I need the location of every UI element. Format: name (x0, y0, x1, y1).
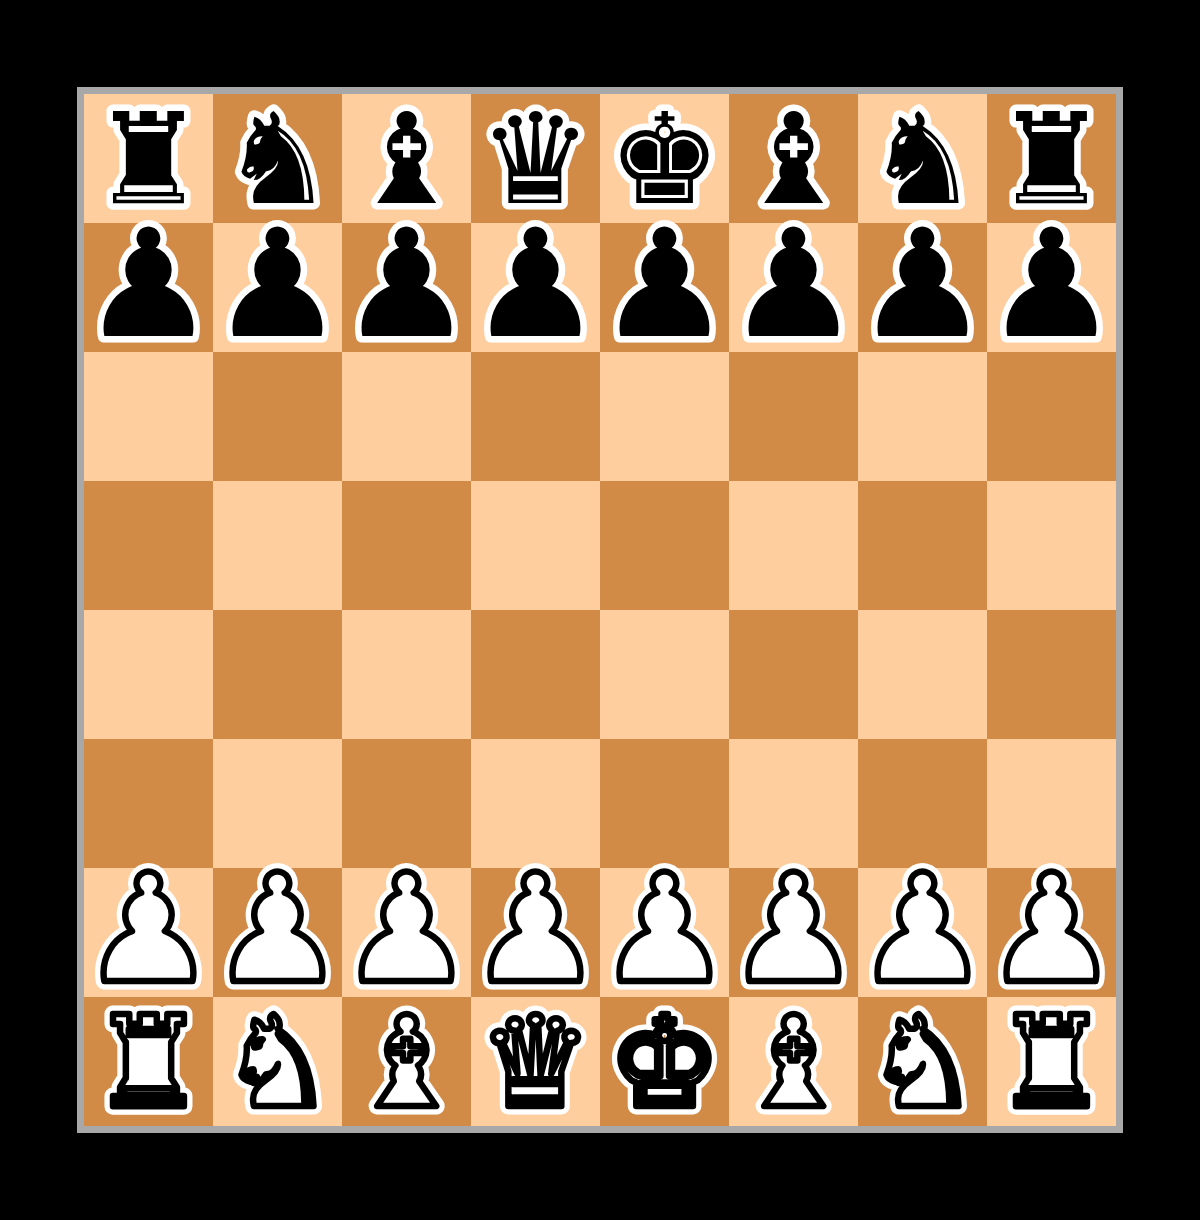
square-g2[interactable]: ♟♟ (858, 868, 987, 997)
square-e7[interactable]: ♟♟ (600, 223, 729, 352)
square-a5[interactable] (84, 481, 213, 610)
square-d5[interactable] (471, 481, 600, 610)
square-c5[interactable] (342, 481, 471, 610)
square-h2[interactable]: ♟♟ (987, 868, 1116, 997)
square-e4[interactable] (600, 610, 729, 739)
square-d4[interactable] (471, 610, 600, 739)
chessboard-frame: ♜♜♞♞♝♝♛♛♚♚♝♝♞♞♜♜♟♟♟♟♟♟♟♟♟♟♟♟♟♟♟♟♟♟♟♟♟♟♟♟… (77, 87, 1123, 1133)
square-b1[interactable]: ♞♞ (213, 997, 342, 1126)
square-c6[interactable] (342, 352, 471, 481)
chessboard: ♜♜♞♞♝♝♛♛♚♚♝♝♞♞♜♜♟♟♟♟♟♟♟♟♟♟♟♟♟♟♟♟♟♟♟♟♟♟♟♟… (84, 94, 1116, 1126)
white-pawn[interactable]: ♟♟ (342, 868, 471, 997)
square-h5[interactable] (987, 481, 1116, 610)
square-b6[interactable] (213, 352, 342, 481)
square-c2[interactable]: ♟♟ (342, 868, 471, 997)
square-g1[interactable]: ♞♞ (858, 997, 987, 1126)
square-h1[interactable]: ♜♜ (987, 997, 1116, 1126)
square-f4[interactable] (729, 610, 858, 739)
black-pawn[interactable]: ♟♟ (84, 223, 213, 352)
white-knight-glyph-body: ♞ (866, 989, 979, 1136)
square-a1[interactable]: ♜♜ (84, 997, 213, 1126)
square-a7[interactable]: ♟♟ (84, 223, 213, 352)
black-pawn-glyph-body: ♟ (597, 197, 731, 371)
black-pawn-glyph-body: ♟ (984, 197, 1118, 371)
square-b2[interactable]: ♟♟ (213, 868, 342, 997)
square-f1[interactable]: ♝♝ (729, 997, 858, 1126)
white-rook[interactable]: ♜♜ (987, 997, 1116, 1126)
black-pawn[interactable]: ♟♟ (471, 223, 600, 352)
white-pawn[interactable]: ♟♟ (84, 868, 213, 997)
square-c4[interactable] (342, 610, 471, 739)
square-d6[interactable] (471, 352, 600, 481)
square-h6[interactable] (987, 352, 1116, 481)
black-pawn-glyph-body: ♟ (339, 197, 473, 371)
white-knight[interactable]: ♞♞ (213, 997, 342, 1126)
white-pawn[interactable]: ♟♟ (213, 868, 342, 997)
black-pawn-glyph-body: ♟ (468, 197, 602, 371)
white-queen[interactable]: ♛♛ (471, 997, 600, 1126)
square-e1[interactable]: ♚♚ (600, 997, 729, 1126)
square-b7[interactable]: ♟♟ (213, 223, 342, 352)
square-a2[interactable]: ♟♟ (84, 868, 213, 997)
square-b4[interactable] (213, 610, 342, 739)
square-d7[interactable]: ♟♟ (471, 223, 600, 352)
square-c7[interactable]: ♟♟ (342, 223, 471, 352)
square-g4[interactable] (858, 610, 987, 739)
white-rook[interactable]: ♜♜ (84, 997, 213, 1126)
square-b5[interactable] (213, 481, 342, 610)
square-e6[interactable] (600, 352, 729, 481)
white-bishop-glyph-body: ♝ (350, 989, 463, 1136)
square-e2[interactable]: ♟♟ (600, 868, 729, 997)
black-pawn-glyph-body: ♟ (81, 197, 215, 371)
white-knight[interactable]: ♞♞ (858, 997, 987, 1126)
white-pawn[interactable]: ♟♟ (987, 868, 1116, 997)
black-pawn-glyph-body: ♟ (210, 197, 344, 371)
white-bishop-glyph-body: ♝ (737, 989, 850, 1136)
square-g7[interactable]: ♟♟ (858, 223, 987, 352)
black-pawn[interactable]: ♟♟ (600, 223, 729, 352)
black-pawn-glyph-body: ♟ (726, 197, 860, 371)
square-d2[interactable]: ♟♟ (471, 868, 600, 997)
white-pawn[interactable]: ♟♟ (471, 868, 600, 997)
black-pawn[interactable]: ♟♟ (858, 223, 987, 352)
square-e5[interactable] (600, 481, 729, 610)
black-pawn[interactable]: ♟♟ (987, 223, 1116, 352)
white-pawn[interactable]: ♟♟ (729, 868, 858, 997)
white-pawn[interactable]: ♟♟ (600, 868, 729, 997)
white-bishop[interactable]: ♝♝ (342, 997, 471, 1126)
white-knight-glyph-body: ♞ (221, 989, 334, 1136)
black-pawn[interactable]: ♟♟ (342, 223, 471, 352)
white-king[interactable]: ♚♚ (600, 997, 729, 1126)
white-queen-glyph-body: ♛ (479, 989, 592, 1136)
white-bishop[interactable]: ♝♝ (729, 997, 858, 1126)
square-h4[interactable] (987, 610, 1116, 739)
white-rook-glyph-body: ♜ (995, 989, 1108, 1136)
square-c1[interactable]: ♝♝ (342, 997, 471, 1126)
black-pawn[interactable]: ♟♟ (729, 223, 858, 352)
square-d1[interactable]: ♛♛ (471, 997, 600, 1126)
square-a4[interactable] (84, 610, 213, 739)
square-g6[interactable] (858, 352, 987, 481)
black-pawn[interactable]: ♟♟ (213, 223, 342, 352)
square-f2[interactable]: ♟♟ (729, 868, 858, 997)
square-f6[interactable] (729, 352, 858, 481)
square-f7[interactable]: ♟♟ (729, 223, 858, 352)
square-f5[interactable] (729, 481, 858, 610)
square-h7[interactable]: ♟♟ (987, 223, 1116, 352)
white-rook-glyph-body: ♜ (92, 989, 205, 1136)
square-a6[interactable] (84, 352, 213, 481)
square-g5[interactable] (858, 481, 987, 610)
black-pawn-glyph-body: ♟ (855, 197, 989, 371)
white-pawn[interactable]: ♟♟ (858, 868, 987, 997)
white-king-glyph-body: ♚ (608, 989, 721, 1136)
